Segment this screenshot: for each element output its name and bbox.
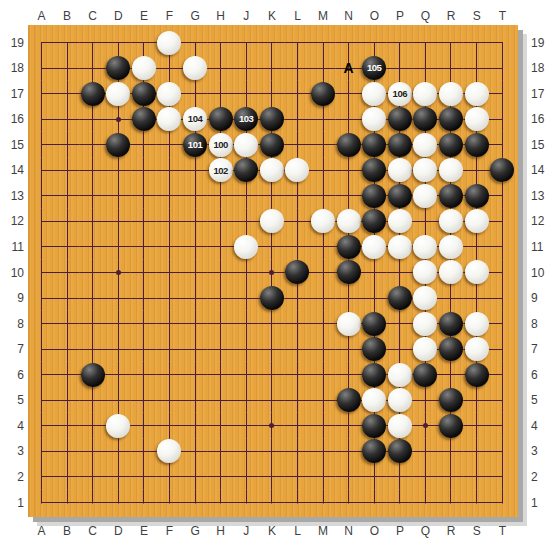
intersection-C19[interactable] [80, 30, 106, 56]
intersection-F15[interactable] [157, 132, 183, 158]
intersection-G3[interactable] [182, 439, 208, 465]
intersection-O10[interactable] [361, 260, 387, 286]
intersection-J5[interactable] [233, 387, 259, 413]
intersection-A12[interactable] [29, 209, 55, 235]
intersection-F11[interactable] [157, 234, 183, 260]
intersection-G18[interactable] [182, 55, 208, 81]
intersection-C4[interactable] [80, 413, 106, 439]
intersection-H12[interactable] [208, 209, 234, 235]
intersection-Q12[interactable] [413, 209, 439, 235]
intersection-P9[interactable] [387, 285, 413, 311]
intersection-J6[interactable] [233, 362, 259, 388]
intersection-J10[interactable] [233, 260, 259, 286]
intersection-Q16[interactable] [413, 106, 439, 132]
intersection-P10[interactable] [387, 260, 413, 286]
intersection-T1[interactable] [489, 490, 515, 516]
intersection-S15[interactable] [464, 132, 490, 158]
intersection-C6[interactable] [80, 362, 106, 388]
intersection-E13[interactable] [131, 183, 157, 209]
intersection-R5[interactable] [438, 387, 464, 413]
intersection-N15[interactable] [336, 132, 362, 158]
intersection-B8[interactable] [54, 311, 80, 337]
intersection-P11[interactable] [387, 234, 413, 260]
intersection-Q4[interactable] [413, 413, 439, 439]
intersection-F10[interactable] [157, 260, 183, 286]
intersection-C15[interactable] [80, 132, 106, 158]
intersection-C9[interactable] [80, 285, 106, 311]
intersection-T3[interactable] [489, 439, 515, 465]
intersection-E19[interactable] [131, 30, 157, 56]
intersection-H2[interactable] [208, 464, 234, 490]
intersection-A15[interactable] [29, 132, 55, 158]
intersection-T9[interactable] [489, 285, 515, 311]
intersection-A6[interactable] [29, 362, 55, 388]
intersection-F12[interactable] [157, 209, 183, 235]
intersection-L1[interactable] [285, 490, 311, 516]
intersection-K10[interactable] [259, 260, 285, 286]
intersection-D19[interactable] [105, 30, 131, 56]
intersection-L11[interactable] [285, 234, 311, 260]
intersection-E10[interactable] [131, 260, 157, 286]
intersection-M5[interactable] [310, 387, 336, 413]
intersection-R18[interactable] [438, 55, 464, 81]
intersection-M11[interactable] [310, 234, 336, 260]
intersection-N12[interactable] [336, 209, 362, 235]
intersection-P17[interactable]: 106 [387, 81, 413, 107]
intersection-D6[interactable] [105, 362, 131, 388]
intersection-T10[interactable] [489, 260, 515, 286]
intersection-O12[interactable] [361, 209, 387, 235]
intersection-P5[interactable] [387, 387, 413, 413]
intersection-G10[interactable] [182, 260, 208, 286]
intersection-P3[interactable] [387, 439, 413, 465]
intersection-H1[interactable] [208, 490, 234, 516]
intersection-G13[interactable] [182, 183, 208, 209]
intersection-A7[interactable] [29, 336, 55, 362]
intersection-O7[interactable] [361, 336, 387, 362]
intersection-O11[interactable] [361, 234, 387, 260]
intersection-D5[interactable] [105, 387, 131, 413]
intersection-A19[interactable] [29, 30, 55, 56]
intersection-C14[interactable] [80, 158, 106, 184]
intersection-M8[interactable] [310, 311, 336, 337]
intersection-M16[interactable] [310, 106, 336, 132]
intersection-D15[interactable] [105, 132, 131, 158]
intersection-G4[interactable] [182, 413, 208, 439]
intersection-B5[interactable] [54, 387, 80, 413]
intersection-E7[interactable] [131, 336, 157, 362]
intersection-A2[interactable] [29, 464, 55, 490]
intersection-T14[interactable] [489, 158, 515, 184]
intersection-E9[interactable] [131, 285, 157, 311]
intersection-G17[interactable] [182, 81, 208, 107]
intersection-H17[interactable] [208, 81, 234, 107]
intersection-D3[interactable] [105, 439, 131, 465]
intersection-O18[interactable]: 105 [361, 55, 387, 81]
intersection-O2[interactable] [361, 464, 387, 490]
intersection-F1[interactable] [157, 490, 183, 516]
intersection-F6[interactable] [157, 362, 183, 388]
intersection-T6[interactable] [489, 362, 515, 388]
intersection-K15[interactable] [259, 132, 285, 158]
intersection-H4[interactable] [208, 413, 234, 439]
intersection-C11[interactable] [80, 234, 106, 260]
intersection-L8[interactable] [285, 311, 311, 337]
intersection-C7[interactable] [80, 336, 106, 362]
intersection-B4[interactable] [54, 413, 80, 439]
intersection-J14[interactable] [233, 158, 259, 184]
intersection-J12[interactable] [233, 209, 259, 235]
intersection-M15[interactable] [310, 132, 336, 158]
intersection-L14[interactable] [285, 158, 311, 184]
intersection-B10[interactable] [54, 260, 80, 286]
intersection-M18[interactable] [310, 55, 336, 81]
intersection-M7[interactable] [310, 336, 336, 362]
intersection-B13[interactable] [54, 183, 80, 209]
intersection-M10[interactable] [310, 260, 336, 286]
intersection-S6[interactable] [464, 362, 490, 388]
intersection-G14[interactable] [182, 158, 208, 184]
intersection-Q2[interactable] [413, 464, 439, 490]
intersection-R13[interactable] [438, 183, 464, 209]
intersection-B2[interactable] [54, 464, 80, 490]
intersection-P19[interactable] [387, 30, 413, 56]
intersection-F7[interactable] [157, 336, 183, 362]
intersection-P15[interactable] [387, 132, 413, 158]
intersection-H14[interactable]: 102 [208, 158, 234, 184]
intersection-B12[interactable] [54, 209, 80, 235]
intersection-D12[interactable] [105, 209, 131, 235]
intersection-F16[interactable] [157, 106, 183, 132]
intersection-P2[interactable] [387, 464, 413, 490]
intersection-O1[interactable] [361, 490, 387, 516]
intersection-Q6[interactable] [413, 362, 439, 388]
intersection-G19[interactable] [182, 30, 208, 56]
intersection-R1[interactable] [438, 490, 464, 516]
intersection-N8[interactable] [336, 311, 362, 337]
intersection-L9[interactable] [285, 285, 311, 311]
intersection-C13[interactable] [80, 183, 106, 209]
intersection-A8[interactable] [29, 311, 55, 337]
intersection-R11[interactable] [438, 234, 464, 260]
intersection-L18[interactable] [285, 55, 311, 81]
intersection-P8[interactable] [387, 311, 413, 337]
intersection-S11[interactable] [464, 234, 490, 260]
intersection-K4[interactable] [259, 413, 285, 439]
intersection-S17[interactable] [464, 81, 490, 107]
intersection-E3[interactable] [131, 439, 157, 465]
intersection-J19[interactable] [233, 30, 259, 56]
intersection-L17[interactable] [285, 81, 311, 107]
intersection-N13[interactable] [336, 183, 362, 209]
intersection-N5[interactable] [336, 387, 362, 413]
intersection-T15[interactable] [489, 132, 515, 158]
intersection-K14[interactable] [259, 158, 285, 184]
intersection-F3[interactable] [157, 439, 183, 465]
intersection-T2[interactable] [489, 464, 515, 490]
intersection-T7[interactable] [489, 336, 515, 362]
intersection-N2[interactable] [336, 464, 362, 490]
intersection-N7[interactable] [336, 336, 362, 362]
intersection-R14[interactable] [438, 158, 464, 184]
intersection-G1[interactable] [182, 490, 208, 516]
intersection-G11[interactable] [182, 234, 208, 260]
intersection-H9[interactable] [208, 285, 234, 311]
intersection-M1[interactable] [310, 490, 336, 516]
intersection-D18[interactable] [105, 55, 131, 81]
intersection-J4[interactable] [233, 413, 259, 439]
intersection-L6[interactable] [285, 362, 311, 388]
intersection-J7[interactable] [233, 336, 259, 362]
intersection-B18[interactable] [54, 55, 80, 81]
intersection-C1[interactable] [80, 490, 106, 516]
intersection-S1[interactable] [464, 490, 490, 516]
intersection-S19[interactable] [464, 30, 490, 56]
intersection-J11[interactable] [233, 234, 259, 260]
intersection-H19[interactable] [208, 30, 234, 56]
intersection-R19[interactable] [438, 30, 464, 56]
intersection-N17[interactable] [336, 81, 362, 107]
intersection-O17[interactable] [361, 81, 387, 107]
intersection-C8[interactable] [80, 311, 106, 337]
intersection-J17[interactable] [233, 81, 259, 107]
intersection-S3[interactable] [464, 439, 490, 465]
intersection-D13[interactable] [105, 183, 131, 209]
intersection-R17[interactable] [438, 81, 464, 107]
intersection-D14[interactable] [105, 158, 131, 184]
intersection-S16[interactable] [464, 106, 490, 132]
intersection-O19[interactable] [361, 30, 387, 56]
intersection-B15[interactable] [54, 132, 80, 158]
intersection-M13[interactable] [310, 183, 336, 209]
intersection-S4[interactable] [464, 413, 490, 439]
intersection-O15[interactable] [361, 132, 387, 158]
intersection-K1[interactable] [259, 490, 285, 516]
intersection-S10[interactable] [464, 260, 490, 286]
intersection-A14[interactable] [29, 158, 55, 184]
intersection-L5[interactable] [285, 387, 311, 413]
intersection-A3[interactable] [29, 439, 55, 465]
intersection-P16[interactable] [387, 106, 413, 132]
intersection-L12[interactable] [285, 209, 311, 235]
intersection-K5[interactable] [259, 387, 285, 413]
intersection-F18[interactable] [157, 55, 183, 81]
intersection-T19[interactable] [489, 30, 515, 56]
intersection-K13[interactable] [259, 183, 285, 209]
intersection-K2[interactable] [259, 464, 285, 490]
intersection-H3[interactable] [208, 439, 234, 465]
intersection-G8[interactable] [182, 311, 208, 337]
intersection-A18[interactable] [29, 55, 55, 81]
intersection-K3[interactable] [259, 439, 285, 465]
intersection-R15[interactable] [438, 132, 464, 158]
intersection-O14[interactable] [361, 158, 387, 184]
intersection-C3[interactable] [80, 439, 106, 465]
intersection-E1[interactable] [131, 490, 157, 516]
intersection-Q7[interactable] [413, 336, 439, 362]
intersection-N18[interactable]: A [336, 55, 362, 81]
intersection-Q8[interactable] [413, 311, 439, 337]
intersection-C16[interactable] [80, 106, 106, 132]
intersection-Q11[interactable] [413, 234, 439, 260]
intersection-J9[interactable] [233, 285, 259, 311]
intersection-O8[interactable] [361, 311, 387, 337]
intersection-C10[interactable] [80, 260, 106, 286]
intersection-T8[interactable] [489, 311, 515, 337]
intersection-A16[interactable] [29, 106, 55, 132]
intersection-G2[interactable] [182, 464, 208, 490]
intersection-H18[interactable] [208, 55, 234, 81]
intersection-M9[interactable] [310, 285, 336, 311]
intersection-F2[interactable] [157, 464, 183, 490]
intersection-T13[interactable] [489, 183, 515, 209]
intersection-O9[interactable] [361, 285, 387, 311]
intersection-E2[interactable] [131, 464, 157, 490]
intersection-L15[interactable] [285, 132, 311, 158]
intersection-H16[interactable] [208, 106, 234, 132]
intersection-G5[interactable] [182, 387, 208, 413]
intersection-C2[interactable] [80, 464, 106, 490]
intersection-D8[interactable] [105, 311, 131, 337]
intersection-A11[interactable] [29, 234, 55, 260]
intersection-N11[interactable] [336, 234, 362, 260]
intersection-B7[interactable] [54, 336, 80, 362]
intersection-E4[interactable] [131, 413, 157, 439]
intersection-K19[interactable] [259, 30, 285, 56]
intersection-B16[interactable] [54, 106, 80, 132]
intersection-T18[interactable] [489, 55, 515, 81]
intersection-T5[interactable] [489, 387, 515, 413]
intersection-Q5[interactable] [413, 387, 439, 413]
intersection-S9[interactable] [464, 285, 490, 311]
intersection-D9[interactable] [105, 285, 131, 311]
intersection-E5[interactable] [131, 387, 157, 413]
intersection-M17[interactable] [310, 81, 336, 107]
intersection-F8[interactable] [157, 311, 183, 337]
intersection-Q10[interactable] [413, 260, 439, 286]
intersection-K7[interactable] [259, 336, 285, 362]
intersection-S5[interactable] [464, 387, 490, 413]
intersection-B19[interactable] [54, 30, 80, 56]
intersection-G16[interactable]: 104 [182, 106, 208, 132]
intersection-N19[interactable] [336, 30, 362, 56]
intersection-N9[interactable] [336, 285, 362, 311]
intersection-M3[interactable] [310, 439, 336, 465]
intersection-R10[interactable] [438, 260, 464, 286]
intersection-B9[interactable] [54, 285, 80, 311]
intersection-H10[interactable] [208, 260, 234, 286]
intersection-P13[interactable] [387, 183, 413, 209]
intersection-S2[interactable] [464, 464, 490, 490]
intersection-N4[interactable] [336, 413, 362, 439]
intersection-F17[interactable] [157, 81, 183, 107]
intersection-J8[interactable] [233, 311, 259, 337]
intersection-T16[interactable] [489, 106, 515, 132]
intersection-P14[interactable] [387, 158, 413, 184]
intersection-C12[interactable] [80, 209, 106, 235]
intersection-G7[interactable] [182, 336, 208, 362]
intersection-Q3[interactable] [413, 439, 439, 465]
intersection-P1[interactable] [387, 490, 413, 516]
intersection-E15[interactable] [131, 132, 157, 158]
intersection-A9[interactable] [29, 285, 55, 311]
intersection-Q17[interactable] [413, 81, 439, 107]
intersection-M19[interactable] [310, 30, 336, 56]
intersection-B1[interactable] [54, 490, 80, 516]
intersection-B3[interactable] [54, 439, 80, 465]
intersection-A4[interactable] [29, 413, 55, 439]
intersection-R12[interactable] [438, 209, 464, 235]
intersection-J3[interactable] [233, 439, 259, 465]
intersection-L2[interactable] [285, 464, 311, 490]
intersection-M14[interactable] [310, 158, 336, 184]
intersection-D7[interactable] [105, 336, 131, 362]
intersection-G9[interactable] [182, 285, 208, 311]
intersection-Q15[interactable] [413, 132, 439, 158]
intersection-J15[interactable] [233, 132, 259, 158]
intersection-K16[interactable] [259, 106, 285, 132]
intersection-G12[interactable] [182, 209, 208, 235]
intersection-Q19[interactable] [413, 30, 439, 56]
intersection-O6[interactable] [361, 362, 387, 388]
intersection-B6[interactable] [54, 362, 80, 388]
intersection-M2[interactable] [310, 464, 336, 490]
intersection-K11[interactable] [259, 234, 285, 260]
intersection-R8[interactable] [438, 311, 464, 337]
intersection-F13[interactable] [157, 183, 183, 209]
intersection-L4[interactable] [285, 413, 311, 439]
intersection-Q13[interactable] [413, 183, 439, 209]
intersection-P4[interactable] [387, 413, 413, 439]
intersection-A10[interactable] [29, 260, 55, 286]
intersection-L3[interactable] [285, 439, 311, 465]
intersection-H11[interactable] [208, 234, 234, 260]
intersection-D11[interactable] [105, 234, 131, 260]
intersection-N6[interactable] [336, 362, 362, 388]
intersection-Q9[interactable] [413, 285, 439, 311]
intersection-J16[interactable]: 103 [233, 106, 259, 132]
intersection-N3[interactable] [336, 439, 362, 465]
intersection-R16[interactable] [438, 106, 464, 132]
intersection-K17[interactable] [259, 81, 285, 107]
intersection-R4[interactable] [438, 413, 464, 439]
intersection-M4[interactable] [310, 413, 336, 439]
intersection-L7[interactable] [285, 336, 311, 362]
intersection-P12[interactable] [387, 209, 413, 235]
intersection-D2[interactable] [105, 464, 131, 490]
intersection-E18[interactable] [131, 55, 157, 81]
intersection-M12[interactable] [310, 209, 336, 235]
intersection-J18[interactable] [233, 55, 259, 81]
intersection-T12[interactable] [489, 209, 515, 235]
intersection-Q14[interactable] [413, 158, 439, 184]
intersection-P7[interactable] [387, 336, 413, 362]
intersection-E12[interactable] [131, 209, 157, 235]
intersection-Q1[interactable] [413, 490, 439, 516]
intersection-A1[interactable] [29, 490, 55, 516]
intersection-H6[interactable] [208, 362, 234, 388]
intersection-K9[interactable] [259, 285, 285, 311]
intersection-J1[interactable] [233, 490, 259, 516]
intersection-S8[interactable] [464, 311, 490, 337]
intersection-M6[interactable] [310, 362, 336, 388]
intersection-O5[interactable] [361, 387, 387, 413]
intersection-H15[interactable]: 100 [208, 132, 234, 158]
intersection-H5[interactable] [208, 387, 234, 413]
intersection-L10[interactable] [285, 260, 311, 286]
intersection-H7[interactable] [208, 336, 234, 362]
intersection-H13[interactable] [208, 183, 234, 209]
